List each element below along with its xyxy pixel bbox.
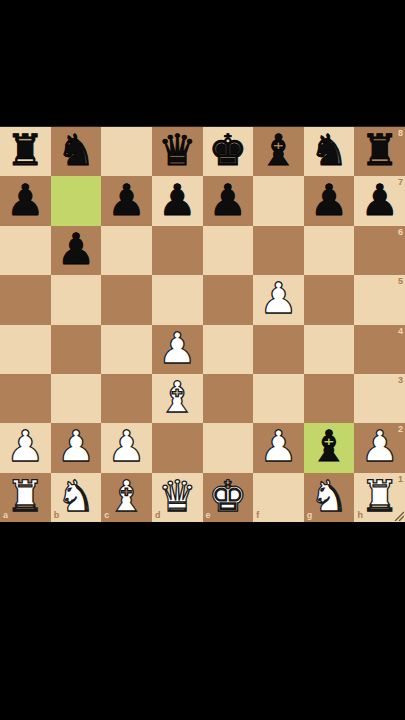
square-f7[interactable] xyxy=(253,176,304,225)
square-h3[interactable]: 3 xyxy=(354,374,405,423)
square-c1[interactable]: ♝c xyxy=(101,473,152,522)
square-b7[interactable] xyxy=(51,176,102,225)
letterbox-top xyxy=(0,0,405,126)
rank-label-6: 6 xyxy=(398,228,403,237)
square-e6[interactable] xyxy=(203,226,254,275)
square-d2[interactable] xyxy=(152,423,203,472)
white-queen[interactable]: ♛ xyxy=(158,475,197,518)
square-d6[interactable] xyxy=(152,226,203,275)
square-d3[interactable]: ♝ xyxy=(152,374,203,423)
square-d8[interactable]: ♛ xyxy=(152,127,203,176)
square-h5[interactable]: 5 xyxy=(354,275,405,324)
file-label-f: f xyxy=(256,511,259,520)
video-frame: ♜♞♛♚♝♞♜8♟♟♟♟♟♟7♟6♟5♟4♝3♟♟♟♟♝♟2♜a♞b♝c♛d♚e… xyxy=(0,0,405,720)
white-pawn[interactable]: ♟ xyxy=(259,425,298,468)
white-knight[interactable]: ♞ xyxy=(57,475,96,518)
square-c5[interactable] xyxy=(101,275,152,324)
square-e4[interactable] xyxy=(203,325,254,374)
square-f2[interactable]: ♟ xyxy=(253,423,304,472)
square-h7[interactable]: ♟7 xyxy=(354,176,405,225)
white-pawn[interactable]: ♟ xyxy=(6,425,45,468)
square-g4[interactable] xyxy=(304,325,355,374)
white-pawn[interactable]: ♟ xyxy=(158,327,197,370)
square-a8[interactable]: ♜ xyxy=(0,127,51,176)
square-h4[interactable]: 4 xyxy=(354,325,405,374)
square-b4[interactable] xyxy=(51,325,102,374)
black-knight[interactable]: ♞ xyxy=(310,129,349,172)
square-b1[interactable]: ♞b xyxy=(51,473,102,522)
white-pawn[interactable]: ♟ xyxy=(259,277,298,320)
square-e7[interactable]: ♟ xyxy=(203,176,254,225)
black-king[interactable]: ♚ xyxy=(209,129,248,172)
square-c2[interactable]: ♟ xyxy=(101,423,152,472)
square-c6[interactable] xyxy=(101,226,152,275)
white-king[interactable]: ♚ xyxy=(209,475,248,518)
square-d7[interactable]: ♟ xyxy=(152,176,203,225)
square-d5[interactable] xyxy=(152,275,203,324)
square-a6[interactable] xyxy=(0,226,51,275)
square-g7[interactable]: ♟ xyxy=(304,176,355,225)
black-pawn[interactable]: ♟ xyxy=(57,228,96,271)
white-pawn[interactable]: ♟ xyxy=(107,425,146,468)
square-e5[interactable] xyxy=(203,275,254,324)
square-a7[interactable]: ♟ xyxy=(0,176,51,225)
square-e2[interactable] xyxy=(203,423,254,472)
black-pawn[interactable]: ♟ xyxy=(360,179,399,222)
board-resize-handle-icon[interactable] xyxy=(393,510,404,521)
square-g3[interactable] xyxy=(304,374,355,423)
rank-label-4: 4 xyxy=(398,327,403,336)
black-pawn[interactable]: ♟ xyxy=(310,179,349,222)
square-g2[interactable]: ♝ xyxy=(304,423,355,472)
black-pawn[interactable]: ♟ xyxy=(107,179,146,222)
square-h6[interactable]: 6 xyxy=(354,226,405,275)
square-f5[interactable]: ♟ xyxy=(253,275,304,324)
square-a4[interactable] xyxy=(0,325,51,374)
square-h2[interactable]: ♟2 xyxy=(354,423,405,472)
square-f6[interactable] xyxy=(253,226,304,275)
square-a5[interactable] xyxy=(0,275,51,324)
white-bishop[interactable]: ♝ xyxy=(158,376,197,419)
square-f3[interactable] xyxy=(253,374,304,423)
square-g6[interactable] xyxy=(304,226,355,275)
square-e3[interactable] xyxy=(203,374,254,423)
square-g1[interactable]: ♞g xyxy=(304,473,355,522)
square-c8[interactable] xyxy=(101,127,152,176)
black-bishop[interactable]: ♝ xyxy=(310,425,349,468)
white-bishop[interactable]: ♝ xyxy=(107,475,146,518)
square-g5[interactable] xyxy=(304,275,355,324)
white-rook[interactable]: ♜ xyxy=(6,475,45,518)
black-pawn[interactable]: ♟ xyxy=(6,179,45,222)
black-rook[interactable]: ♜ xyxy=(6,129,45,172)
square-f8[interactable]: ♝ xyxy=(253,127,304,176)
letterbox-bottom xyxy=(0,522,405,720)
square-b8[interactable]: ♞ xyxy=(51,127,102,176)
square-a1[interactable]: ♜a xyxy=(0,473,51,522)
black-pawn[interactable]: ♟ xyxy=(209,179,248,222)
square-e1[interactable]: ♚e xyxy=(203,473,254,522)
square-b2[interactable]: ♟ xyxy=(51,423,102,472)
white-pawn[interactable]: ♟ xyxy=(360,425,399,468)
square-c3[interactable] xyxy=(101,374,152,423)
black-rook[interactable]: ♜ xyxy=(360,129,399,172)
rank-label-3: 3 xyxy=(398,376,403,385)
square-f4[interactable] xyxy=(253,325,304,374)
square-d4[interactable]: ♟ xyxy=(152,325,203,374)
square-h1[interactable]: ♜1h xyxy=(354,473,405,522)
black-queen[interactable]: ♛ xyxy=(158,129,197,172)
white-pawn[interactable]: ♟ xyxy=(57,425,96,468)
square-b6[interactable]: ♟ xyxy=(51,226,102,275)
black-bishop[interactable]: ♝ xyxy=(259,129,298,172)
square-e8[interactable]: ♚ xyxy=(203,127,254,176)
square-g8[interactable]: ♞ xyxy=(304,127,355,176)
square-b3[interactable] xyxy=(51,374,102,423)
square-c4[interactable] xyxy=(101,325,152,374)
chess-board: ♜♞♛♚♝♞♜8♟♟♟♟♟♟7♟6♟5♟4♝3♟♟♟♟♝♟2♜a♞b♝c♛d♚e… xyxy=(0,126,405,522)
white-knight[interactable]: ♞ xyxy=(310,475,349,518)
square-c7[interactable]: ♟ xyxy=(101,176,152,225)
square-a3[interactable] xyxy=(0,374,51,423)
square-d1[interactable]: ♛d xyxy=(152,473,203,522)
rank-label-5: 5 xyxy=(398,277,403,286)
black-knight[interactable]: ♞ xyxy=(57,129,96,172)
square-f1[interactable]: f xyxy=(253,473,304,522)
square-b5[interactable] xyxy=(51,275,102,324)
square-a2[interactable]: ♟ xyxy=(0,423,51,472)
black-pawn[interactable]: ♟ xyxy=(158,179,197,222)
square-h8[interactable]: ♜8 xyxy=(354,127,405,176)
